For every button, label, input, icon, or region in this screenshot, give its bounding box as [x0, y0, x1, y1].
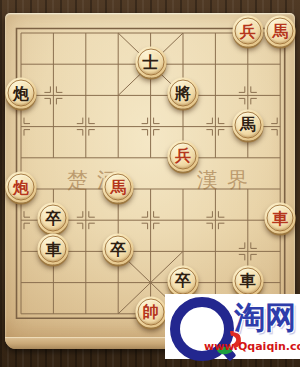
black-advisor-glyph: 士	[135, 47, 166, 78]
black-chariot-glyph: 車	[38, 234, 69, 265]
black-soldier-glyph: 卒	[38, 203, 69, 234]
red-cannon-glyph: 炮	[6, 172, 37, 203]
black-soldier-glyph: 卒	[103, 234, 134, 265]
red-soldier-glyph: 兵	[168, 140, 199, 171]
piece-black-soldier[interactable]: 卒	[38, 203, 69, 234]
piece-red-general[interactable]: 帥	[135, 296, 166, 327]
red-general-glyph: 帥	[135, 296, 166, 327]
black-horse-glyph: 馬	[232, 109, 263, 140]
black-cannon-glyph: 炮	[6, 78, 37, 109]
piece-black-general[interactable]: 將	[168, 78, 199, 109]
black-chariot-glyph: 車	[232, 265, 263, 296]
piece-red-horse[interactable]: 馬	[103, 172, 134, 203]
piece-red-soldier[interactable]: 兵	[232, 16, 263, 47]
piece-black-advisor[interactable]: 士	[135, 47, 166, 78]
piece-black-soldier[interactable]: 卒	[168, 265, 199, 296]
piece-black-chariot[interactable]: 車	[38, 234, 69, 265]
red-soldier-glyph: 兵	[232, 16, 263, 47]
black-soldier-glyph: 卒	[168, 265, 199, 296]
watermark: 淘网 www.Qqaiqin.com	[165, 294, 300, 359]
piece-red-chariot[interactable]: 車	[265, 203, 296, 234]
piece-black-chariot[interactable]: 車	[232, 265, 263, 296]
watermark-brand: 淘网	[234, 297, 296, 339]
watermark-url: www.Qqaiqin.com	[204, 340, 300, 353]
piece-black-cannon[interactable]: 炮	[6, 78, 37, 109]
red-horse-glyph: 馬	[265, 16, 296, 47]
piece-black-soldier[interactable]: 卒	[103, 234, 134, 265]
black-general-glyph: 將	[168, 78, 199, 109]
piece-red-horse[interactable]: 馬	[265, 16, 296, 47]
xiangqi-app-screen: 楚河 漢界 兵馬士炮將馬兵炮馬卒車車卒卒車帥 淘网 www.Qqaiqin.co…	[0, 0, 300, 367]
river-label-right: 漢界	[197, 168, 257, 192]
piece-black-horse[interactable]: 馬	[232, 109, 263, 140]
piece-red-soldier[interactable]: 兵	[168, 140, 199, 171]
red-chariot-glyph: 車	[265, 203, 296, 234]
piece-red-cannon[interactable]: 炮	[6, 172, 37, 203]
red-horse-glyph: 馬	[103, 172, 134, 203]
